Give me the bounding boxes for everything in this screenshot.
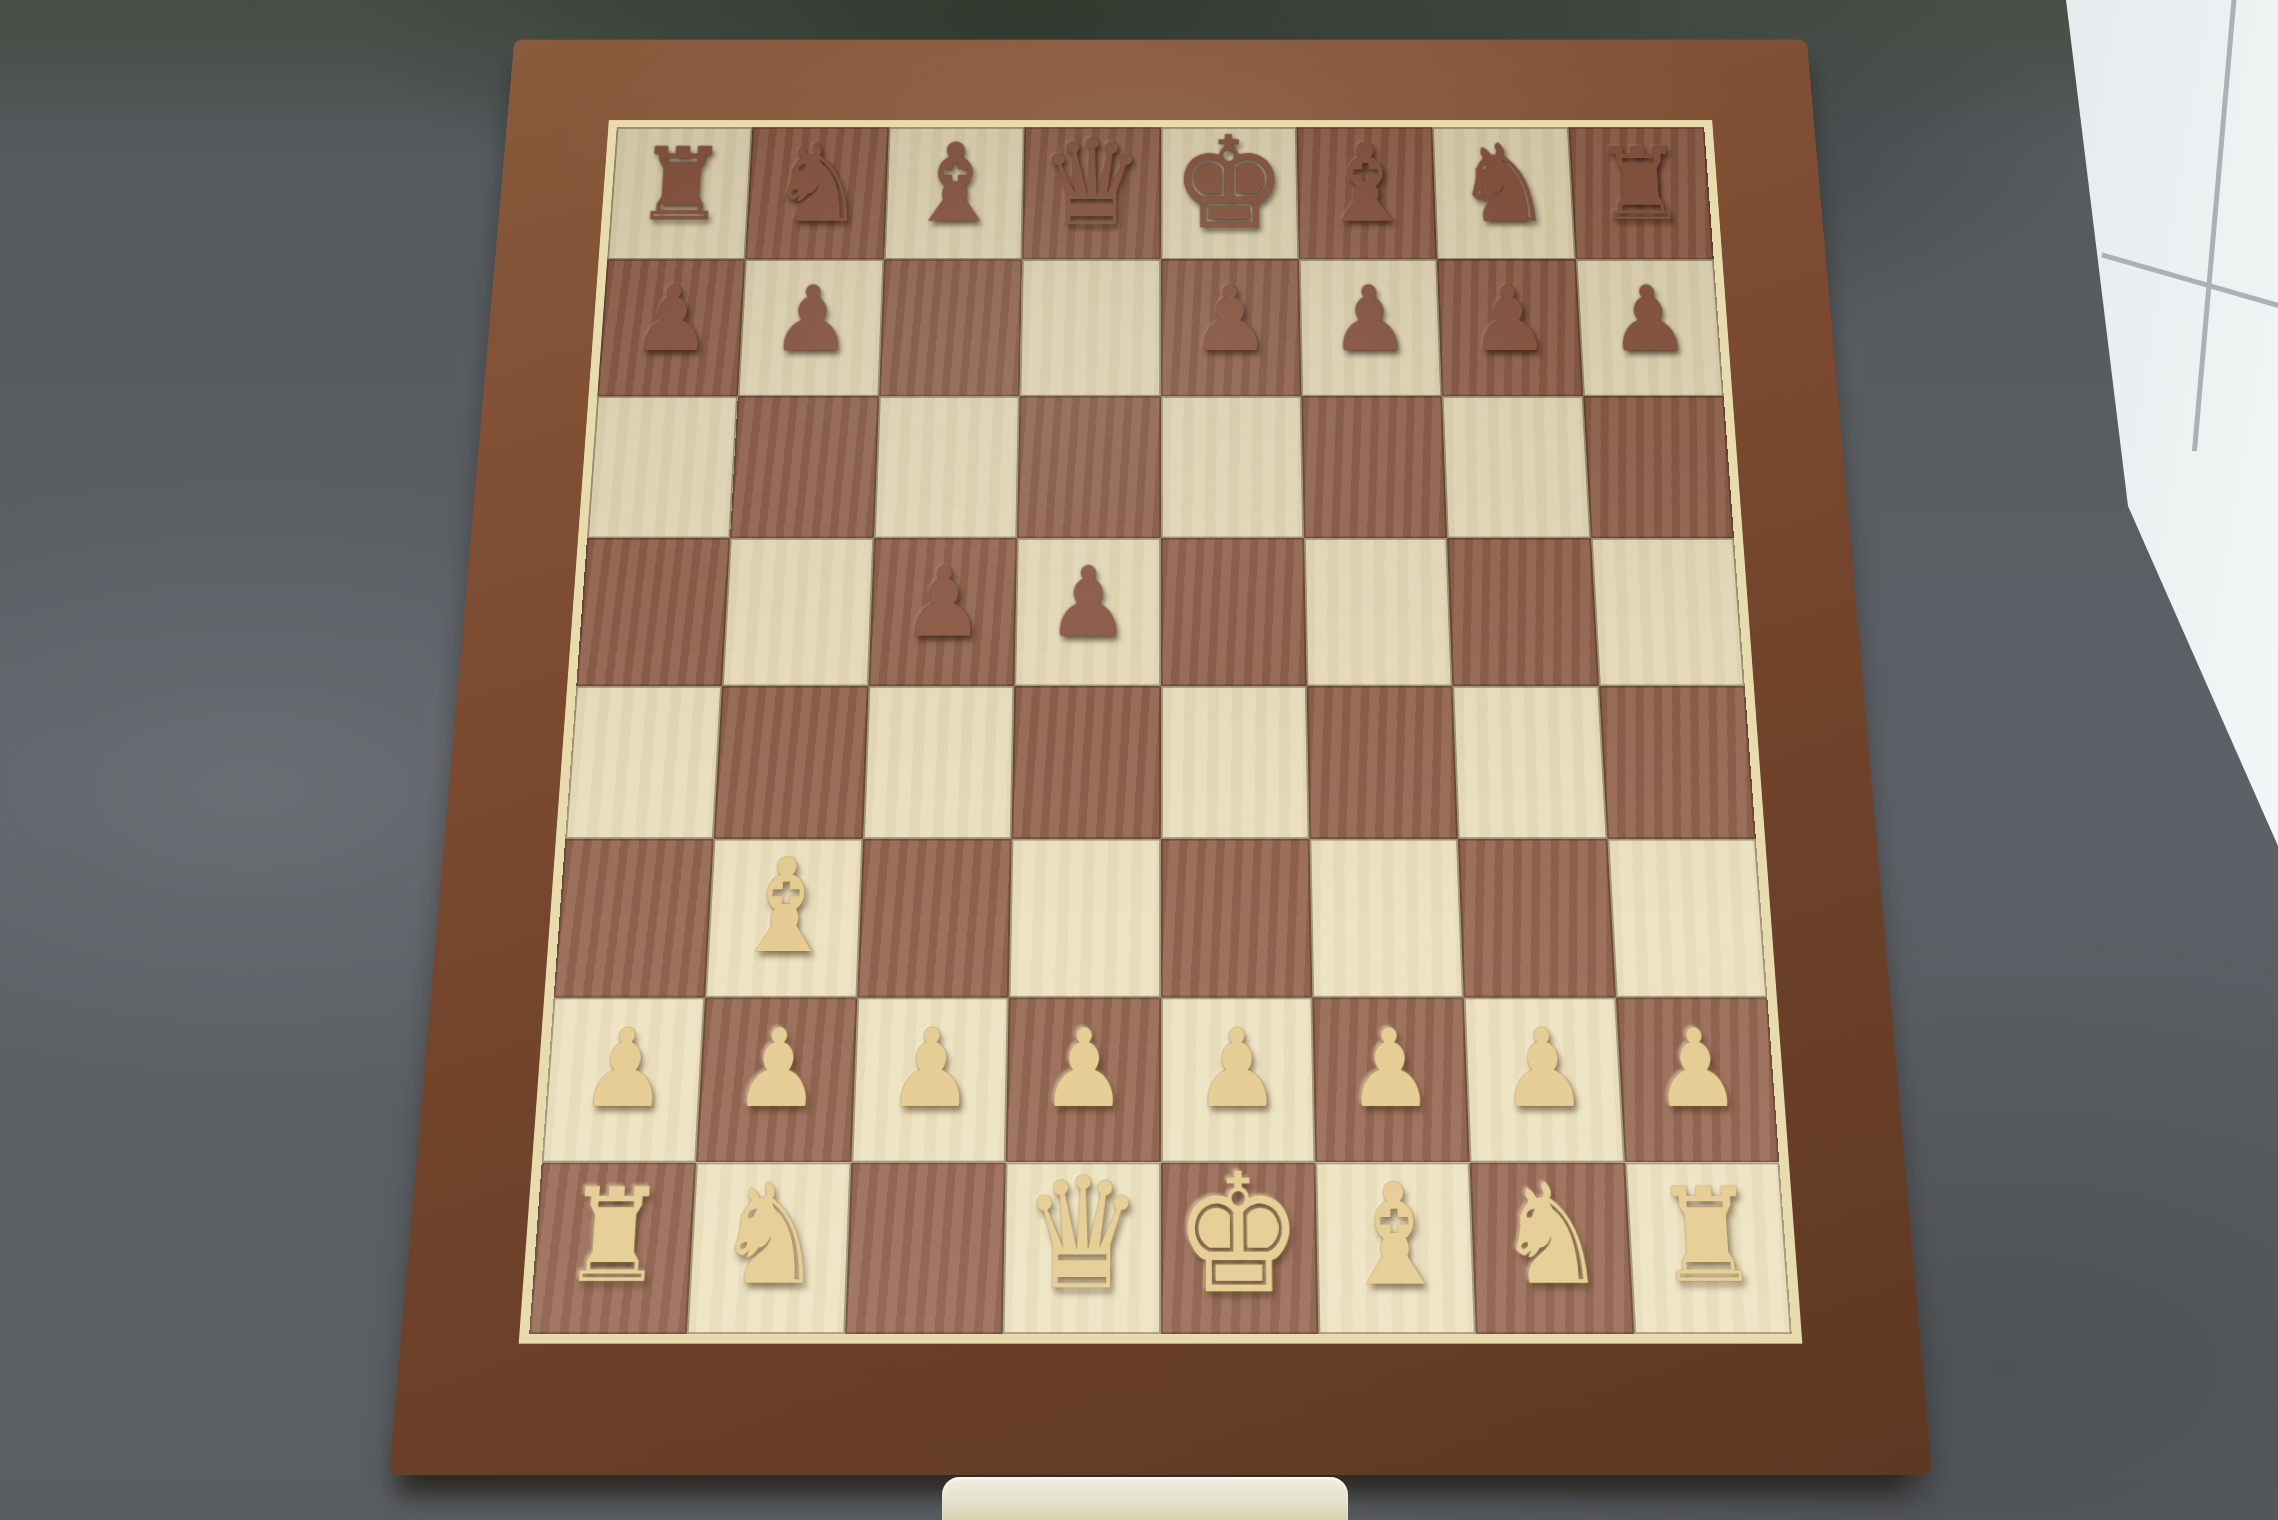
square-d1[interactable]: ♛ xyxy=(1003,1162,1161,1334)
square-d2[interactable]: ♟ xyxy=(1006,997,1161,1162)
tile-grout-line-vertical xyxy=(2192,0,2237,451)
white-bishop-b3[interactable]: ♝ xyxy=(729,842,841,972)
white-rook-h1[interactable]: ♜ xyxy=(1651,1171,1762,1301)
white-bishop-f1[interactable]: ♝ xyxy=(1338,1166,1453,1306)
black-knight-b8[interactable]: ♞ xyxy=(767,131,868,238)
square-d7[interactable] xyxy=(1020,259,1161,396)
black-pawn-f7[interactable]: ♟ xyxy=(1329,274,1411,364)
square-a2[interactable]: ♟ xyxy=(542,997,706,1162)
square-c5[interactable]: ♟ xyxy=(868,538,1017,685)
square-g2[interactable]: ♟ xyxy=(1464,997,1625,1162)
white-tile-floor xyxy=(2040,0,2278,880)
square-f6[interactable] xyxy=(1301,396,1447,538)
white-pawn-a2[interactable]: ♟ xyxy=(578,1015,672,1123)
square-f7[interactable]: ♟ xyxy=(1299,259,1442,396)
white-pawn-g2[interactable]: ♟ xyxy=(1497,1015,1589,1123)
square-h4[interactable] xyxy=(1599,686,1756,839)
square-c7[interactable] xyxy=(879,259,1022,396)
white-pawn-c2[interactable]: ♟ xyxy=(886,1015,976,1123)
square-g4[interactable] xyxy=(1453,686,1607,839)
white-rook-a1[interactable]: ♜ xyxy=(558,1171,669,1301)
square-c6[interactable] xyxy=(874,396,1020,538)
square-f5[interactable] xyxy=(1304,538,1453,685)
black-pawn-b7[interactable]: ♟ xyxy=(770,274,854,364)
chess-board-frame: ♜♞♝♛♚♝♞♜♟♟♟♟♟♟♟♟♝♟♟♟♟♟♟♟♟♜♞♛♚♝♞♜ xyxy=(389,40,1932,1475)
black-pawn-h7[interactable]: ♟ xyxy=(1606,274,1691,364)
square-a8[interactable]: ♜ xyxy=(607,127,753,259)
square-c4[interactable] xyxy=(863,686,1015,839)
square-h6[interactable] xyxy=(1583,396,1734,538)
square-g6[interactable] xyxy=(1442,396,1591,538)
square-g5[interactable] xyxy=(1447,538,1598,685)
square-d5[interactable]: ♟ xyxy=(1014,538,1160,685)
square-h5[interactable] xyxy=(1591,538,1745,685)
square-a5[interactable] xyxy=(576,538,730,685)
square-f3[interactable] xyxy=(1309,839,1464,998)
white-king-e1[interactable]: ♚ xyxy=(1173,1152,1305,1317)
black-rook-a8[interactable]: ♜ xyxy=(632,134,729,234)
square-g8[interactable]: ♞ xyxy=(1432,127,1575,259)
white-knight-g1[interactable]: ♞ xyxy=(1493,1167,1609,1306)
square-b2[interactable]: ♟ xyxy=(696,997,857,1162)
square-e6[interactable] xyxy=(1161,396,1304,538)
square-a3[interactable] xyxy=(554,839,714,998)
square-e4[interactable] xyxy=(1161,686,1310,839)
black-pawn-c5[interactable]: ♟ xyxy=(901,554,986,651)
tile-grout-line-horizontal xyxy=(2101,253,2278,313)
white-queen-d1[interactable]: ♛ xyxy=(1020,1158,1144,1312)
square-e3[interactable] xyxy=(1161,839,1313,998)
white-pawn-f2[interactable]: ♟ xyxy=(1345,1015,1435,1123)
square-d4[interactable] xyxy=(1012,686,1161,839)
square-a6[interactable] xyxy=(587,396,738,538)
white-pawn-b2[interactable]: ♟ xyxy=(732,1015,824,1123)
black-king-e8[interactable]: ♚ xyxy=(1171,119,1287,246)
square-d8[interactable]: ♛ xyxy=(1022,127,1160,259)
black-queen-d8[interactable]: ♛ xyxy=(1037,124,1145,243)
square-g3[interactable] xyxy=(1458,839,1615,998)
square-c2[interactable]: ♟ xyxy=(851,997,1009,1162)
square-f2[interactable]: ♟ xyxy=(1312,997,1470,1162)
black-pawn-g7[interactable]: ♟ xyxy=(1467,274,1551,364)
white-knight-b1[interactable]: ♞ xyxy=(712,1167,828,1306)
black-bishop-f8[interactable]: ♝ xyxy=(1316,130,1416,238)
square-e2[interactable]: ♟ xyxy=(1161,997,1316,1162)
square-b6[interactable] xyxy=(730,396,879,538)
black-pawn-e7[interactable]: ♟ xyxy=(1190,274,1270,364)
square-e5[interactable] xyxy=(1161,538,1307,685)
square-f8[interactable]: ♝ xyxy=(1296,127,1437,259)
square-g1[interactable]: ♞ xyxy=(1470,1162,1634,1334)
square-b8[interactable]: ♞ xyxy=(746,127,889,259)
square-f4[interactable] xyxy=(1307,686,1459,839)
scene: ♜♞♝♛♚♝♞♜♟♟♟♟♟♟♟♟♝♟♟♟♟♟♟♟♟♜♞♛♚♝♞♜ xyxy=(0,0,2278,1520)
square-e7[interactable]: ♟ xyxy=(1161,259,1302,396)
board-inlay-border: ♜♞♝♛♚♝♞♜♟♟♟♟♟♟♟♟♝♟♟♟♟♟♟♟♟♜♞♛♚♝♞♜ xyxy=(519,120,1803,1343)
white-pawn-h2[interactable]: ♟ xyxy=(1649,1015,1743,1123)
square-e1[interactable]: ♚ xyxy=(1161,1162,1319,1334)
white-pawn-e2[interactable]: ♟ xyxy=(1193,1015,1281,1123)
square-b5[interactable] xyxy=(722,538,873,685)
square-g7[interactable]: ♟ xyxy=(1437,259,1583,396)
square-b4[interactable] xyxy=(714,686,868,839)
square-b3[interactable]: ♝ xyxy=(705,839,862,998)
black-bishop-c8[interactable]: ♝ xyxy=(905,130,1005,238)
square-h7[interactable]: ♟ xyxy=(1575,259,1723,396)
square-h1[interactable]: ♜ xyxy=(1625,1162,1792,1334)
black-pawn-a7[interactable]: ♟ xyxy=(630,274,715,364)
white-pawn-d2[interactable]: ♟ xyxy=(1040,1015,1128,1123)
square-a1[interactable]: ♜ xyxy=(529,1162,696,1334)
square-h3[interactable] xyxy=(1607,839,1767,998)
square-f1[interactable]: ♝ xyxy=(1315,1162,1476,1334)
square-h8[interactable]: ♜ xyxy=(1568,127,1714,259)
black-knight-g8[interactable]: ♞ xyxy=(1453,131,1554,238)
square-e8[interactable]: ♚ xyxy=(1161,127,1299,259)
square-c3[interactable] xyxy=(857,839,1012,998)
black-pawn-d5[interactable]: ♟ xyxy=(1046,554,1129,651)
square-h2[interactable]: ♟ xyxy=(1616,997,1780,1162)
square-c1[interactable] xyxy=(845,1162,1006,1334)
square-a4[interactable] xyxy=(565,686,722,839)
chess-board: ♜♞♝♛♚♝♞♜♟♟♟♟♟♟♟♟♝♟♟♟♟♟♟♟♟♜♞♛♚♝♞♜ xyxy=(529,127,1792,1334)
stool-top xyxy=(942,1477,1348,1520)
square-c8[interactable]: ♝ xyxy=(884,127,1025,259)
square-a7[interactable]: ♟ xyxy=(597,259,745,396)
black-rook-h8[interactable]: ♜ xyxy=(1592,134,1689,234)
square-b7[interactable]: ♟ xyxy=(738,259,884,396)
square-d3[interactable] xyxy=(1009,839,1161,998)
square-d6[interactable] xyxy=(1017,396,1160,538)
square-b1[interactable]: ♞ xyxy=(687,1162,851,1334)
